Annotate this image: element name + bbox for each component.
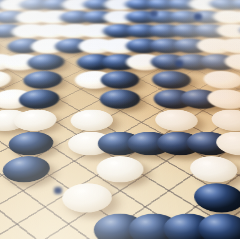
board-intersection <box>106 109 135 131</box>
board-intersection <box>212 89 240 109</box>
board-intersection <box>8 156 44 183</box>
board-intersection <box>19 109 51 131</box>
board-intersection <box>107 71 133 89</box>
board-intersection <box>40 156 75 183</box>
board-intersection <box>158 71 186 89</box>
board-intersection <box>135 156 168 183</box>
go-board <box>0 0 240 239</box>
board-intersection <box>1 183 40 213</box>
board-intersection <box>103 183 137 213</box>
board-intersection <box>0 213 35 239</box>
board-intersection <box>106 89 134 109</box>
board-intersection <box>69 183 104 213</box>
board-intersection <box>24 89 55 109</box>
board-intersection <box>14 131 48 155</box>
board-intersection <box>205 213 240 239</box>
board-intersection <box>32 54 60 71</box>
board-intersection <box>220 24 240 38</box>
board-intersection <box>136 183 171 213</box>
board-intersection <box>28 71 57 89</box>
go-photo <box>0 0 240 239</box>
board-intersection <box>51 89 80 109</box>
board-intersection <box>161 109 192 131</box>
board-intersection <box>104 156 136 183</box>
board-intersection <box>30 213 69 239</box>
board-intersection <box>77 109 107 131</box>
board-intersection <box>216 109 240 131</box>
